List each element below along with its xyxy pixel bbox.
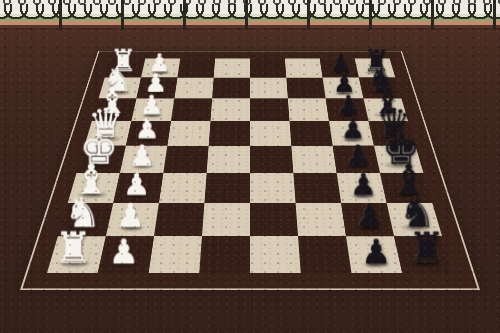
- square-f3[interactable]: [159, 173, 207, 203]
- playground-scene: ♜♟♟♜♞♟♟♞♝♟♟♝♛♟♟♛♚♟♟♚♝♟♟♝♞♟♟♞♜♟♟♜: [0, 0, 500, 333]
- square-c3[interactable]: [171, 98, 212, 121]
- square-h2[interactable]: ♟: [98, 236, 154, 273]
- square-d4[interactable]: [209, 121, 250, 146]
- square-h8[interactable]: ♜: [394, 236, 453, 273]
- piece-white-pawn[interactable]: ♟: [109, 235, 139, 269]
- square-f6[interactable]: [293, 173, 341, 203]
- square-b3[interactable]: [174, 78, 213, 99]
- square-c6[interactable]: [288, 98, 329, 121]
- square-b6[interactable]: [286, 78, 325, 99]
- square-e5[interactable]: [250, 146, 293, 173]
- square-g3[interactable]: [154, 203, 204, 236]
- square-e3[interactable]: [163, 146, 208, 173]
- square-e4[interactable]: [207, 146, 250, 173]
- square-a4[interactable]: [214, 58, 250, 77]
- square-g6[interactable]: [296, 203, 346, 236]
- square-g5[interactable]: [250, 203, 298, 236]
- square-b5[interactable]: [250, 78, 288, 99]
- square-d5[interactable]: [250, 121, 291, 146]
- square-h3[interactable]: [148, 236, 201, 273]
- piece-white-pawn[interactable]: ♟: [116, 201, 145, 233]
- square-g7[interactable]: ♟: [341, 203, 394, 236]
- square-h7[interactable]: ♟: [346, 236, 402, 273]
- square-d3[interactable]: [167, 121, 210, 146]
- piece-white-pawn[interactable]: ♟: [123, 169, 150, 200]
- square-b4[interactable]: [212, 78, 250, 99]
- piece-black-pawn[interactable]: ♟: [361, 235, 391, 269]
- square-g4[interactable]: [202, 203, 250, 236]
- square-a5[interactable]: [250, 58, 286, 77]
- square-a6[interactable]: [285, 58, 323, 77]
- square-c4[interactable]: [210, 98, 250, 121]
- square-f4[interactable]: [204, 173, 250, 203]
- piece-black-rook[interactable]: ♜: [408, 227, 446, 270]
- square-h5[interactable]: [250, 236, 301, 273]
- square-d6[interactable]: [290, 121, 333, 146]
- piece-black-pawn[interactable]: ♟: [350, 169, 377, 200]
- square-h1[interactable]: ♜: [47, 236, 106, 273]
- square-c5[interactable]: [250, 98, 290, 121]
- chess-board: ♜♟♟♜♞♟♟♞♝♟♟♝♛♟♟♛♚♟♟♚♝♟♟♝♞♟♟♞♜♟♟♜: [20, 51, 480, 290]
- square-a3[interactable]: [177, 58, 215, 77]
- piece-black-pawn[interactable]: ♟: [355, 201, 384, 233]
- square-e6[interactable]: [291, 146, 336, 173]
- fence: [0, 0, 500, 30]
- square-f5[interactable]: [250, 173, 296, 203]
- square-g2[interactable]: ♟: [106, 203, 159, 236]
- square-h4[interactable]: [199, 236, 250, 273]
- piece-white-rook[interactable]: ♜: [54, 227, 92, 270]
- board-grid: ♜♟♟♜♞♟♟♞♝♟♟♝♛♟♟♛♚♟♟♚♝♟♟♝♞♟♟♞♜♟♟♜: [47, 58, 453, 273]
- square-h6[interactable]: [298, 236, 351, 273]
